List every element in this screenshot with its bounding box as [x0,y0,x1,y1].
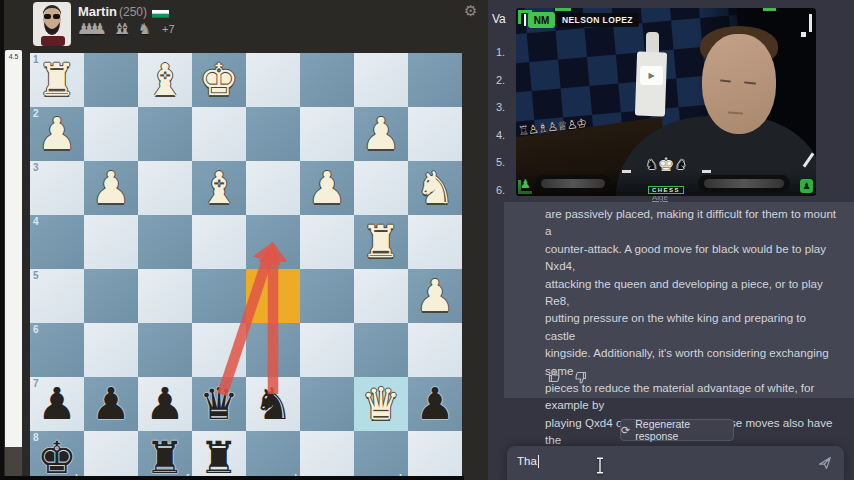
square-c6[interactable] [300,323,354,377]
square-d5[interactable] [246,269,300,323]
bulgaria-flag-icon [152,7,169,18]
white-queen-b7[interactable]: ♛ [354,377,408,431]
eval-white-portion [5,50,22,447]
send-paper-plane-icon[interactable] [818,456,832,470]
white-rook-h1[interactable]: ♜ [30,53,84,107]
logo-dash [622,170,631,173]
black-king-h8[interactable]: ♚ [30,431,84,476]
square-b7[interactable]: ♛ [354,377,408,431]
square-c1[interactable] [300,53,354,107]
black-knight-d7[interactable]: ♞ [246,377,300,431]
square-d1[interactable] [246,53,300,107]
screen: Martin (250) ♟♟♟♟♝♝♞ +7 ⚙ 4.5 1♜♝♚2♟♟3♟♝… [0,0,854,480]
nameplate-right [698,175,790,192]
corner-bracket [801,32,806,37]
square-a6[interactable] [408,323,462,377]
square-c5[interactable] [300,269,354,323]
evaluation-bar: 4.5 [5,50,22,477]
square-g4[interactable] [84,215,138,269]
square-h8[interactable]: 8h♚ [30,431,84,476]
settings-gear-icon[interactable]: ⚙ [464,2,477,20]
square-b4[interactable]: ♜ [354,215,408,269]
square-g1[interactable] [84,53,138,107]
thumbs-up-icon[interactable] [548,370,562,384]
square-b2[interactable]: ♟ [354,107,408,161]
square-b6[interactable] [354,323,408,377]
square-e4[interactable] [192,215,246,269]
corner-bracket [518,10,532,24]
overlay-dash [763,8,776,11]
square-e2[interactable] [192,107,246,161]
square-c7[interactable] [300,377,354,431]
square-e3[interactable]: ♝ [192,161,246,215]
square-d3[interactable] [246,161,300,215]
square-e7[interactable]: ♛ [192,377,246,431]
square-b1[interactable] [354,53,408,107]
captured-bishop-icons: ♝♝ [113,20,124,38]
square-h2[interactable]: 2♟ [30,107,84,161]
chat-list-number-6: 6. [496,184,505,196]
knight-icon: ♞ [675,156,687,174]
square-h1[interactable]: 1♜ [30,53,84,107]
square-c8[interactable]: c [300,431,354,476]
chess-board[interactable]: 1♜♝♚2♟♟3♟♝♟♞4♜5♟67♟♟♟♛♞♛♟8h♚gf♜e♜dcba [30,53,462,476]
square-f3[interactable] [138,161,192,215]
square-e6[interactable] [192,323,246,377]
knight-icon: ♞ [646,157,658,172]
logo-dash [702,170,711,173]
square-c2[interactable] [300,107,354,161]
streamer-name-label: NELSON LOPEZ [556,13,639,27]
left-screen-edge [0,0,4,480]
king-icon: ♚ [657,153,674,175]
white-rook-b4[interactable]: ♜ [354,215,408,269]
white-bishop-e3[interactable]: ♝ [192,161,246,215]
square-b5[interactable] [354,269,408,323]
square-f1[interactable]: ♝ [138,53,192,107]
square-g5[interactable] [84,269,138,323]
square-a8[interactable]: a [408,431,462,476]
black-pawn-a7[interactable]: ♟ [408,377,462,431]
black-pawn-h7[interactable]: ♟ [30,377,84,431]
white-pawn-g3[interactable]: ♟ [84,161,138,215]
white-pawn-a5[interactable]: ♟ [408,269,462,323]
player-rating: (250) [119,5,147,19]
square-f8[interactable]: f♜ [138,431,192,476]
regenerate-label: Regenerate response [635,418,733,442]
nameplate-left [535,175,611,192]
square-a2[interactable] [408,107,462,161]
chess-vibes-logo: ♞♚♞ CHESS VIBES [634,151,698,196]
captured-knight-icons: ♞ [138,20,143,38]
chat-list-number-1: 1. [496,46,505,58]
corner-bracket [809,14,812,32]
square-d8[interactable]: d [246,431,300,476]
black-pawn-f7[interactable]: ♟ [138,377,192,431]
square-f7[interactable]: ♟ [138,377,192,431]
square-a4[interactable] [408,215,462,269]
regenerate-response-button[interactable]: ⟳ Regenerate response [620,419,734,441]
square-d4[interactable] [246,215,300,269]
square-h3[interactable]: 3 [30,161,84,215]
square-g2[interactable] [84,107,138,161]
chat-list-number-5: 5. [496,156,505,168]
refresh-icon: ⟳ [621,425,630,436]
chat-input-field[interactable]: Tha [507,446,844,480]
avatar[interactable] [33,2,71,46]
black-rook-f8[interactable]: ♜ [138,431,192,476]
square-f6[interactable] [138,323,192,377]
chess-app: Martin (250) ♟♟♟♟♝♝♞ +7 ⚙ 4.5 1♜♝♚2♟♟3♟♝… [0,0,488,480]
chat-list-number-4: 4. [496,129,505,141]
logo-knights-and-king: ♞♚♞ [634,151,698,178]
rank-label-5: 5 [33,270,39,281]
streamer-head [702,34,776,134]
rank-label-4: 4 [33,216,39,227]
board-bottom-edge [0,476,464,480]
square-e5[interactable] [192,269,246,323]
black-pawn-g7[interactable]: ♟ [84,377,138,431]
white-pawn-c3[interactable]: ♟ [300,161,354,215]
white-pawn-h2[interactable]: ♟ [30,107,84,161]
chat-input-value: Tha [517,455,537,467]
square-a1[interactable] [408,53,462,107]
square-c3[interactable]: ♟ [300,161,354,215]
material-advantage: +7 [162,23,175,35]
square-d2[interactable] [246,107,300,161]
play-button-icon: ▶ [640,66,663,85]
square-h7[interactable]: 7♟ [30,377,84,431]
text-caret [538,455,539,468]
square-f5[interactable] [138,269,192,323]
martin-bot-avatar [33,2,71,46]
chat-heading-fragment: Va [492,12,506,26]
captured-pieces-tray: ♟♟♟♟♝♝♞ [77,20,157,38]
logo-chess-text: CHESS [648,186,684,194]
square-h5[interactable]: 5 [30,269,84,323]
webcam-video-overlay[interactable]: ♖♙♗♙♕♙♔ ▶ NM NELSON LOPEZ ♟ ♟ ♞♚♞ CHESS … [516,8,816,196]
square-f4[interactable] [138,215,192,269]
square-d6[interactable] [246,323,300,377]
square-b8[interactable]: b [354,431,408,476]
square-a5[interactable]: ♟ [408,269,462,323]
chat-list-number-2: 2. [496,74,505,86]
eval-value: 4.5 [5,53,22,60]
square-b3[interactable] [354,161,408,215]
rank-label-6: 6 [33,324,39,335]
white-pawn-b2[interactable]: ♟ [354,107,408,161]
square-h4[interactable]: 4 [30,215,84,269]
green-pawn-icon: ♟ [520,177,531,191]
white-king-e1[interactable]: ♚ [192,53,246,107]
board-container: 1♜♝♚2♟♟3♟♝♟♞4♜5♟67♟♟♟♛♞♛♟8h♚gf♜e♜dcba [30,53,462,476]
rank-label-3: 3 [33,162,39,173]
black-queen-e7[interactable]: ♛ [192,377,246,431]
square-g7[interactable]: ♟ [84,377,138,431]
assistant-message: are passively placed, making it difficul… [504,202,854,398]
square-e1[interactable]: ♚ [192,53,246,107]
square-g3[interactable]: ♟ [84,161,138,215]
square-h6[interactable]: 6 [30,323,84,377]
square-g6[interactable] [84,323,138,377]
green-pawn-icon: ♟ [800,179,813,193]
square-e8[interactable]: e♜ [192,431,246,476]
nm-title-badge: NM [528,12,555,28]
chat-list-number-3: 3. [496,101,505,113]
square-d7[interactable]: ♞ [246,377,300,431]
overlay-dash [555,8,571,11]
square-f2[interactable] [138,107,192,161]
thumbs-down-icon[interactable] [573,370,587,384]
captured-pawn-icons: ♟♟♟♟ [77,20,99,38]
white-knight-a3[interactable]: ♞ [408,161,462,215]
white-bishop-f1[interactable]: ♝ [138,53,192,107]
square-a7[interactable]: ♟ [408,377,462,431]
black-rook-e8[interactable]: ♜ [192,431,246,476]
square-c4[interactable] [300,215,354,269]
square-g8[interactable]: g [84,431,138,476]
square-a3[interactable]: ♞ [408,161,462,215]
player-name: Martin [78,4,117,19]
